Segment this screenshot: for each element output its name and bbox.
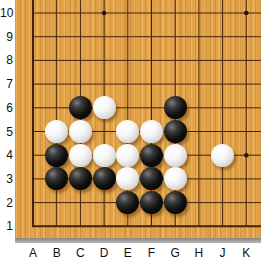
column-label-E: E	[120, 246, 136, 261]
stone-black-G2[interactable]	[164, 191, 187, 214]
stone-white-G3[interactable]	[164, 167, 187, 190]
go-board-screenshot: 10987654321 ABCDEFGHJK	[0, 0, 261, 264]
stone-black-C6[interactable]	[69, 96, 92, 119]
stone-white-F5[interactable]	[140, 120, 163, 143]
stone-white-E3[interactable]	[116, 167, 139, 190]
stone-white-G4[interactable]	[164, 144, 187, 167]
stone-white-D4[interactable]	[93, 144, 116, 167]
stone-white-E4[interactable]	[116, 144, 139, 167]
stone-white-C5[interactable]	[69, 120, 92, 143]
column-label-D: D	[96, 246, 112, 261]
stone-black-F3[interactable]	[140, 167, 163, 190]
column-label-G: G	[167, 246, 183, 261]
stone-black-B4[interactable]	[45, 144, 68, 167]
stone-black-G5[interactable]	[164, 120, 187, 143]
stone-black-C3[interactable]	[69, 167, 92, 190]
row-label-4: 4	[0, 148, 13, 162]
row-label-9: 9	[0, 30, 13, 44]
stone-white-D6[interactable]	[93, 96, 116, 119]
stone-black-F2[interactable]	[140, 191, 163, 214]
column-label-A: A	[25, 246, 41, 261]
column-label-K: K	[238, 246, 254, 261]
stone-black-B3[interactable]	[45, 167, 68, 190]
column-label-F: F	[144, 246, 160, 261]
column-label-J: J	[215, 246, 231, 261]
row-label-1: 1	[0, 219, 13, 233]
stone-white-B5[interactable]	[45, 120, 68, 143]
stone-white-C4[interactable]	[69, 144, 92, 167]
row-label-5: 5	[0, 125, 13, 139]
go-board	[15, 0, 261, 238]
stone-black-D3[interactable]	[93, 167, 116, 190]
row-label-6: 6	[0, 101, 13, 115]
stone-white-J4[interactable]	[211, 144, 234, 167]
row-label-7: 7	[0, 77, 13, 91]
column-label-B: B	[49, 246, 65, 261]
row-label-8: 8	[0, 53, 13, 67]
stones-layer	[21, 1, 258, 238]
column-label-C: C	[72, 246, 88, 261]
board-edge-shadow	[15, 238, 261, 243]
row-label-2: 2	[0, 196, 13, 210]
stone-black-G6[interactable]	[164, 96, 187, 119]
column-label-H: H	[191, 246, 207, 261]
stone-black-F4[interactable]	[140, 144, 163, 167]
row-label-3: 3	[0, 172, 13, 186]
stone-white-E5[interactable]	[116, 120, 139, 143]
row-label-10: 10	[0, 6, 13, 20]
stone-black-E2[interactable]	[116, 191, 139, 214]
